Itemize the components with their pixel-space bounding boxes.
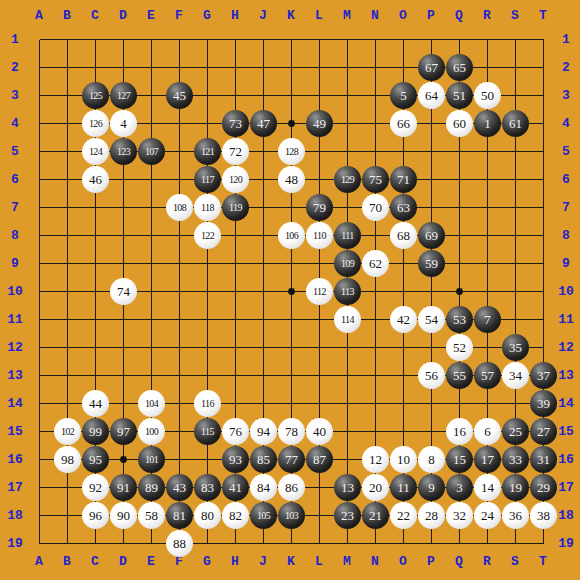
row-label-left: 1 (11, 32, 19, 47)
move-number: 107 (145, 147, 158, 157)
stone-black-129: 129 (334, 166, 361, 193)
col-label-top: S (511, 8, 519, 23)
move-number: 81 (173, 509, 186, 522)
move-number: 113 (341, 287, 354, 297)
row-label-left: 6 (11, 172, 19, 187)
move-number: 87 (313, 453, 326, 466)
move-number: 110 (313, 231, 326, 241)
move-number: 127 (117, 91, 130, 101)
stone-white-60: 60 (446, 110, 473, 137)
stone-black-25: 25 (502, 418, 529, 445)
col-label-bottom: H (231, 554, 239, 569)
stone-white-38: 38 (530, 502, 557, 529)
stone-black-21: 21 (362, 502, 389, 529)
col-label-top: J (259, 8, 267, 23)
stone-white-74: 74 (110, 278, 137, 305)
row-label-right: 13 (558, 368, 574, 383)
stone-black-7: 7 (474, 306, 501, 333)
move-number: 65 (453, 61, 466, 74)
stone-white-42: 42 (390, 306, 417, 333)
stone-white-78: 78 (278, 418, 305, 445)
star-point (288, 120, 295, 127)
stone-black-45: 45 (166, 82, 193, 109)
move-number: 17 (481, 453, 494, 466)
stone-black-107: 107 (138, 138, 165, 165)
move-number: 80 (201, 509, 214, 522)
move-number: 28 (425, 509, 438, 522)
col-label-top: Q (455, 8, 463, 23)
col-label-top: R (483, 8, 491, 23)
row-label-right: 9 (562, 256, 570, 271)
move-number: 129 (341, 175, 354, 185)
stone-black-35: 35 (502, 334, 529, 361)
move-number: 22 (397, 509, 410, 522)
move-number: 43 (173, 481, 186, 494)
stone-white-102: 102 (54, 418, 81, 445)
move-number: 4 (120, 117, 127, 130)
move-number: 8 (428, 453, 435, 466)
move-number: 116 (201, 399, 214, 409)
move-number: 50 (481, 89, 494, 102)
move-number: 121 (201, 147, 214, 157)
move-number: 104 (145, 399, 158, 409)
move-number: 93 (229, 453, 242, 466)
col-label-top: F (175, 8, 183, 23)
row-label-right: 2 (562, 60, 570, 75)
col-label-bottom: G (203, 554, 211, 569)
move-number: 54 (425, 313, 438, 326)
stone-white-48: 48 (278, 166, 305, 193)
move-number: 94 (257, 425, 270, 438)
move-number: 1 (484, 117, 491, 130)
move-number: 21 (369, 509, 382, 522)
stone-black-15: 15 (446, 446, 473, 473)
move-number: 60 (453, 117, 466, 130)
row-label-right: 1 (562, 32, 570, 47)
stone-black-17: 17 (474, 446, 501, 473)
stone-white-108: 108 (166, 194, 193, 221)
stone-black-111: 111 (334, 222, 361, 249)
move-number: 51 (453, 89, 466, 102)
stone-black-11: 11 (390, 474, 417, 501)
stone-white-128: 128 (278, 138, 305, 165)
stone-black-53: 53 (446, 306, 473, 333)
row-label-right: 8 (562, 228, 570, 243)
move-number: 66 (397, 117, 410, 130)
stone-black-1: 1 (474, 110, 501, 137)
stone-black-81: 81 (166, 502, 193, 529)
move-number: 36 (509, 509, 522, 522)
move-number: 14 (481, 481, 494, 494)
move-number: 115 (201, 427, 214, 437)
stone-black-77: 77 (278, 446, 305, 473)
stone-black-47: 47 (250, 110, 277, 137)
move-number: 72 (229, 145, 242, 158)
stone-black-79: 79 (306, 194, 333, 221)
col-label-bottom: Q (455, 554, 463, 569)
stone-black-95: 95 (82, 446, 109, 473)
col-label-bottom: D (119, 554, 127, 569)
stone-white-106: 106 (278, 222, 305, 249)
row-label-left: 18 (7, 508, 23, 523)
row-label-left: 13 (7, 368, 23, 383)
stone-black-89: 89 (138, 474, 165, 501)
col-label-top: N (371, 8, 379, 23)
row-label-left: 8 (11, 228, 19, 243)
row-label-left: 7 (11, 200, 19, 215)
stone-black-101: 101 (138, 446, 165, 473)
stone-black-91: 91 (110, 474, 137, 501)
stone-black-115: 115 (194, 418, 221, 445)
move-number: 62 (369, 257, 382, 270)
row-label-right: 11 (558, 312, 574, 327)
row-label-right: 7 (562, 200, 570, 215)
move-number: 70 (369, 201, 382, 214)
stone-black-33: 33 (502, 446, 529, 473)
row-label-left: 14 (7, 396, 23, 411)
move-number: 74 (117, 285, 130, 298)
stone-white-72: 72 (222, 138, 249, 165)
row-label-right: 16 (558, 452, 574, 467)
col-label-bottom: P (427, 554, 435, 569)
move-number: 108 (173, 203, 186, 213)
col-label-top: M (343, 8, 351, 23)
stone-white-114: 114 (334, 306, 361, 333)
move-number: 7 (484, 313, 491, 326)
col-label-top: O (399, 8, 407, 23)
stone-black-87: 87 (306, 446, 333, 473)
move-number: 102 (61, 427, 74, 437)
stone-black-9: 9 (418, 474, 445, 501)
move-number: 83 (201, 481, 214, 494)
move-number: 88 (173, 537, 186, 550)
stone-white-88: 88 (166, 530, 193, 557)
stone-white-76: 76 (222, 418, 249, 445)
move-number: 95 (89, 453, 102, 466)
row-label-right: 6 (562, 172, 570, 187)
move-number: 38 (537, 509, 550, 522)
stone-white-94: 94 (250, 418, 277, 445)
move-number: 24 (481, 509, 494, 522)
col-label-top: H (231, 8, 239, 23)
stone-white-96: 96 (82, 502, 109, 529)
move-number: 96 (89, 509, 102, 522)
move-number: 69 (425, 229, 438, 242)
stone-black-113: 113 (334, 278, 361, 305)
row-label-left: 12 (7, 340, 23, 355)
move-number: 73 (229, 117, 242, 130)
col-label-bottom: T (539, 554, 547, 569)
stone-black-97: 97 (110, 418, 137, 445)
stone-white-20: 20 (362, 474, 389, 501)
stone-white-56: 56 (418, 362, 445, 389)
move-number: 103 (285, 511, 298, 521)
move-number: 86 (285, 481, 298, 494)
stone-black-57: 57 (474, 362, 501, 389)
move-number: 63 (397, 201, 410, 214)
move-number: 53 (453, 313, 466, 326)
move-number: 128 (285, 147, 298, 157)
move-number: 106 (285, 231, 298, 241)
move-number: 68 (397, 229, 410, 242)
row-label-left: 10 (7, 284, 23, 299)
move-number: 90 (117, 509, 130, 522)
row-label-left: 11 (7, 312, 23, 327)
move-number: 49 (313, 117, 326, 130)
move-number: 41 (229, 481, 242, 494)
col-label-bottom: O (399, 554, 407, 569)
move-number: 84 (257, 481, 270, 494)
move-number: 111 (341, 231, 353, 241)
move-number: 79 (313, 201, 326, 214)
move-number: 101 (145, 455, 158, 465)
row-label-left: 19 (7, 536, 23, 551)
stone-black-121: 121 (194, 138, 221, 165)
move-number: 99 (89, 425, 102, 438)
move-number: 55 (453, 369, 466, 382)
move-number: 58 (145, 509, 158, 522)
stone-white-40: 40 (306, 418, 333, 445)
move-number: 91 (117, 481, 130, 494)
row-label-left: 15 (7, 424, 23, 439)
stone-white-28: 28 (418, 502, 445, 529)
col-label-bottom: N (371, 554, 379, 569)
move-number: 15 (453, 453, 466, 466)
stone-white-110: 110 (306, 222, 333, 249)
move-number: 117 (201, 175, 214, 185)
move-number: 9 (428, 481, 435, 494)
stone-white-24: 24 (474, 502, 501, 529)
stone-white-68: 68 (390, 222, 417, 249)
move-number: 64 (425, 89, 438, 102)
stone-black-117: 117 (194, 166, 221, 193)
move-number: 11 (397, 481, 410, 494)
move-number: 78 (285, 425, 298, 438)
move-number: 27 (537, 425, 550, 438)
stone-white-64: 64 (418, 82, 445, 109)
col-label-top: T (539, 8, 547, 23)
row-label-left: 5 (11, 144, 19, 159)
stone-black-123: 123 (110, 138, 137, 165)
stone-white-112: 112 (306, 278, 333, 305)
stone-white-84: 84 (250, 474, 277, 501)
move-number: 33 (509, 453, 522, 466)
move-number: 44 (89, 397, 102, 410)
move-number: 56 (425, 369, 438, 382)
stone-black-99: 99 (82, 418, 109, 445)
move-number: 92 (89, 481, 102, 494)
stone-white-50: 50 (474, 82, 501, 109)
stone-white-66: 66 (390, 110, 417, 137)
stone-white-14: 14 (474, 474, 501, 501)
col-label-bottom: B (63, 554, 71, 569)
stone-white-126: 126 (82, 110, 109, 137)
stone-white-80: 80 (194, 502, 221, 529)
stone-white-8: 8 (418, 446, 445, 473)
move-number: 77 (285, 453, 298, 466)
move-number: 35 (509, 341, 522, 354)
move-number: 114 (341, 315, 354, 325)
stone-black-61: 61 (502, 110, 529, 137)
stone-white-6: 6 (474, 418, 501, 445)
col-label-bottom: M (343, 554, 351, 569)
col-label-bottom: C (91, 554, 99, 569)
stone-black-3: 3 (446, 474, 473, 501)
row-label-right: 14 (558, 396, 574, 411)
move-number: 124 (89, 147, 102, 157)
move-number: 105 (257, 511, 270, 521)
move-number: 119 (229, 203, 242, 213)
stone-white-32: 32 (446, 502, 473, 529)
move-number: 34 (509, 369, 522, 382)
move-number: 10 (397, 453, 410, 466)
move-number: 61 (509, 117, 522, 130)
stone-black-63: 63 (390, 194, 417, 221)
col-label-top: P (427, 8, 435, 23)
stone-white-36: 36 (502, 502, 529, 529)
move-number: 85 (257, 453, 270, 466)
stone-black-19: 19 (502, 474, 529, 501)
stone-black-85: 85 (250, 446, 277, 473)
move-number: 29 (537, 481, 550, 494)
move-number: 57 (481, 369, 494, 382)
row-label-right: 4 (562, 116, 570, 131)
col-label-top: K (287, 8, 295, 23)
stone-white-90: 90 (110, 502, 137, 529)
stone-white-58: 58 (138, 502, 165, 529)
col-label-bottom: K (287, 554, 295, 569)
stone-black-67: 67 (418, 54, 445, 81)
stone-black-13: 13 (334, 474, 361, 501)
stone-black-55: 55 (446, 362, 473, 389)
move-number: 12 (369, 453, 382, 466)
row-label-right: 15 (558, 424, 574, 439)
col-label-top: C (91, 8, 99, 23)
row-label-left: 16 (7, 452, 23, 467)
stone-white-62: 62 (362, 250, 389, 277)
move-number: 48 (285, 173, 298, 186)
stone-white-104: 104 (138, 390, 165, 417)
col-label-bottom: E (147, 554, 155, 569)
stone-black-83: 83 (194, 474, 221, 501)
stone-white-118: 118 (194, 194, 221, 221)
row-label-right: 18 (558, 508, 574, 523)
stone-black-23: 23 (334, 502, 361, 529)
move-number: 71 (397, 173, 410, 186)
move-number: 120 (229, 175, 242, 185)
move-number: 32 (453, 509, 466, 522)
goban: AABBCCDDEEFFGGHHJJKKLLMMNNOOPPQQRRSSTT11… (0, 0, 580, 580)
move-number: 67 (425, 61, 438, 74)
stone-black-65: 65 (446, 54, 473, 81)
move-number: 20 (369, 481, 382, 494)
move-number: 23 (341, 509, 354, 522)
stone-white-116: 116 (194, 390, 221, 417)
row-label-right: 10 (558, 284, 574, 299)
row-label-right: 19 (558, 536, 574, 551)
stone-black-71: 71 (390, 166, 417, 193)
move-number: 31 (537, 453, 550, 466)
move-number: 42 (397, 313, 410, 326)
col-label-bottom: L (315, 554, 323, 569)
move-number: 59 (425, 257, 438, 270)
stone-white-98: 98 (54, 446, 81, 473)
stone-black-73: 73 (222, 110, 249, 137)
move-number: 109 (341, 259, 354, 269)
stone-black-93: 93 (222, 446, 249, 473)
stone-white-92: 92 (82, 474, 109, 501)
stone-white-120: 120 (222, 166, 249, 193)
row-label-left: 17 (7, 480, 23, 495)
move-number: 52 (453, 341, 466, 354)
stone-black-105: 105 (250, 502, 277, 529)
stone-white-12: 12 (362, 446, 389, 473)
row-label-left: 4 (11, 116, 19, 131)
stone-white-52: 52 (446, 334, 473, 361)
move-number: 112 (313, 287, 326, 297)
stone-black-43: 43 (166, 474, 193, 501)
col-label-top: A (35, 8, 43, 23)
move-number: 118 (201, 203, 214, 213)
col-label-top: B (63, 8, 71, 23)
move-number: 89 (145, 481, 158, 494)
move-number: 45 (173, 89, 186, 102)
stone-black-31: 31 (530, 446, 557, 473)
stone-black-29: 29 (530, 474, 557, 501)
col-label-bottom: A (35, 554, 43, 569)
stone-black-27: 27 (530, 418, 557, 445)
move-number: 76 (229, 425, 242, 438)
col-label-bottom: R (483, 554, 491, 569)
move-number: 47 (257, 117, 270, 130)
stone-white-82: 82 (222, 502, 249, 529)
row-label-right: 3 (562, 88, 570, 103)
move-number: 3 (456, 481, 463, 494)
move-number: 46 (89, 173, 102, 186)
row-label-right: 17 (558, 480, 574, 495)
stone-black-5: 5 (390, 82, 417, 109)
stone-black-51: 51 (446, 82, 473, 109)
col-label-bottom: J (259, 554, 267, 569)
stone-black-69: 69 (418, 222, 445, 249)
move-number: 25 (509, 425, 522, 438)
stone-black-109: 109 (334, 250, 361, 277)
col-label-top: D (119, 8, 127, 23)
stone-white-34: 34 (502, 362, 529, 389)
row-label-right: 5 (562, 144, 570, 159)
stone-white-22: 22 (390, 502, 417, 529)
stone-white-86: 86 (278, 474, 305, 501)
stone-white-100: 100 (138, 418, 165, 445)
row-label-left: 3 (11, 88, 19, 103)
stone-black-49: 49 (306, 110, 333, 137)
move-number: 98 (61, 453, 74, 466)
stone-white-46: 46 (82, 166, 109, 193)
stone-black-37: 37 (530, 362, 557, 389)
move-number: 13 (341, 481, 354, 494)
star-point (120, 456, 127, 463)
move-number: 122 (201, 231, 214, 241)
stone-black-41: 41 (222, 474, 249, 501)
move-number: 5 (400, 89, 407, 102)
move-number: 123 (117, 147, 130, 157)
star-point (456, 288, 463, 295)
stone-white-4: 4 (110, 110, 137, 137)
col-label-bottom: S (511, 554, 519, 569)
stone-black-103: 103 (278, 502, 305, 529)
move-number: 19 (509, 481, 522, 494)
stone-black-39: 39 (530, 390, 557, 417)
